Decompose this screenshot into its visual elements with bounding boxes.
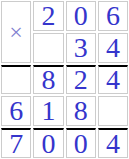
- multiplication-grid: × 2 0 6 3 4 8 2 4 6 1 8 7 0 0 4: [1, 1, 128, 158]
- partial1-digit: 8: [33, 65, 63, 95]
- partial2-digit: 8: [66, 96, 96, 126]
- multiply-icon: ×: [1, 1, 31, 63]
- product-digit: 0: [66, 128, 96, 158]
- empty-cell: [33, 33, 63, 63]
- multiplier-digit-ones: 4: [98, 33, 128, 63]
- partial1-digit: 4: [98, 65, 128, 95]
- multiplicand-digit-hundreds: 2: [33, 1, 63, 31]
- multiplicand-digit-tens: 0: [66, 1, 96, 31]
- worksheet: × 2 0 6 3 4 8 2 4 6 1 8 7 0 0 4: [0, 0, 129, 159]
- partial2-digit: 1: [33, 96, 63, 126]
- multiplicand-digit-ones: 6: [98, 1, 128, 31]
- empty-cell: [1, 65, 31, 95]
- partial1-digit: 2: [66, 65, 96, 95]
- empty-cell: [98, 96, 128, 126]
- product-digit: 0: [33, 128, 63, 158]
- multiplier-digit-tens: 3: [66, 33, 96, 63]
- partial2-digit: 6: [1, 96, 31, 126]
- product-digit: 7: [1, 128, 31, 158]
- product-digit: 4: [98, 128, 128, 158]
